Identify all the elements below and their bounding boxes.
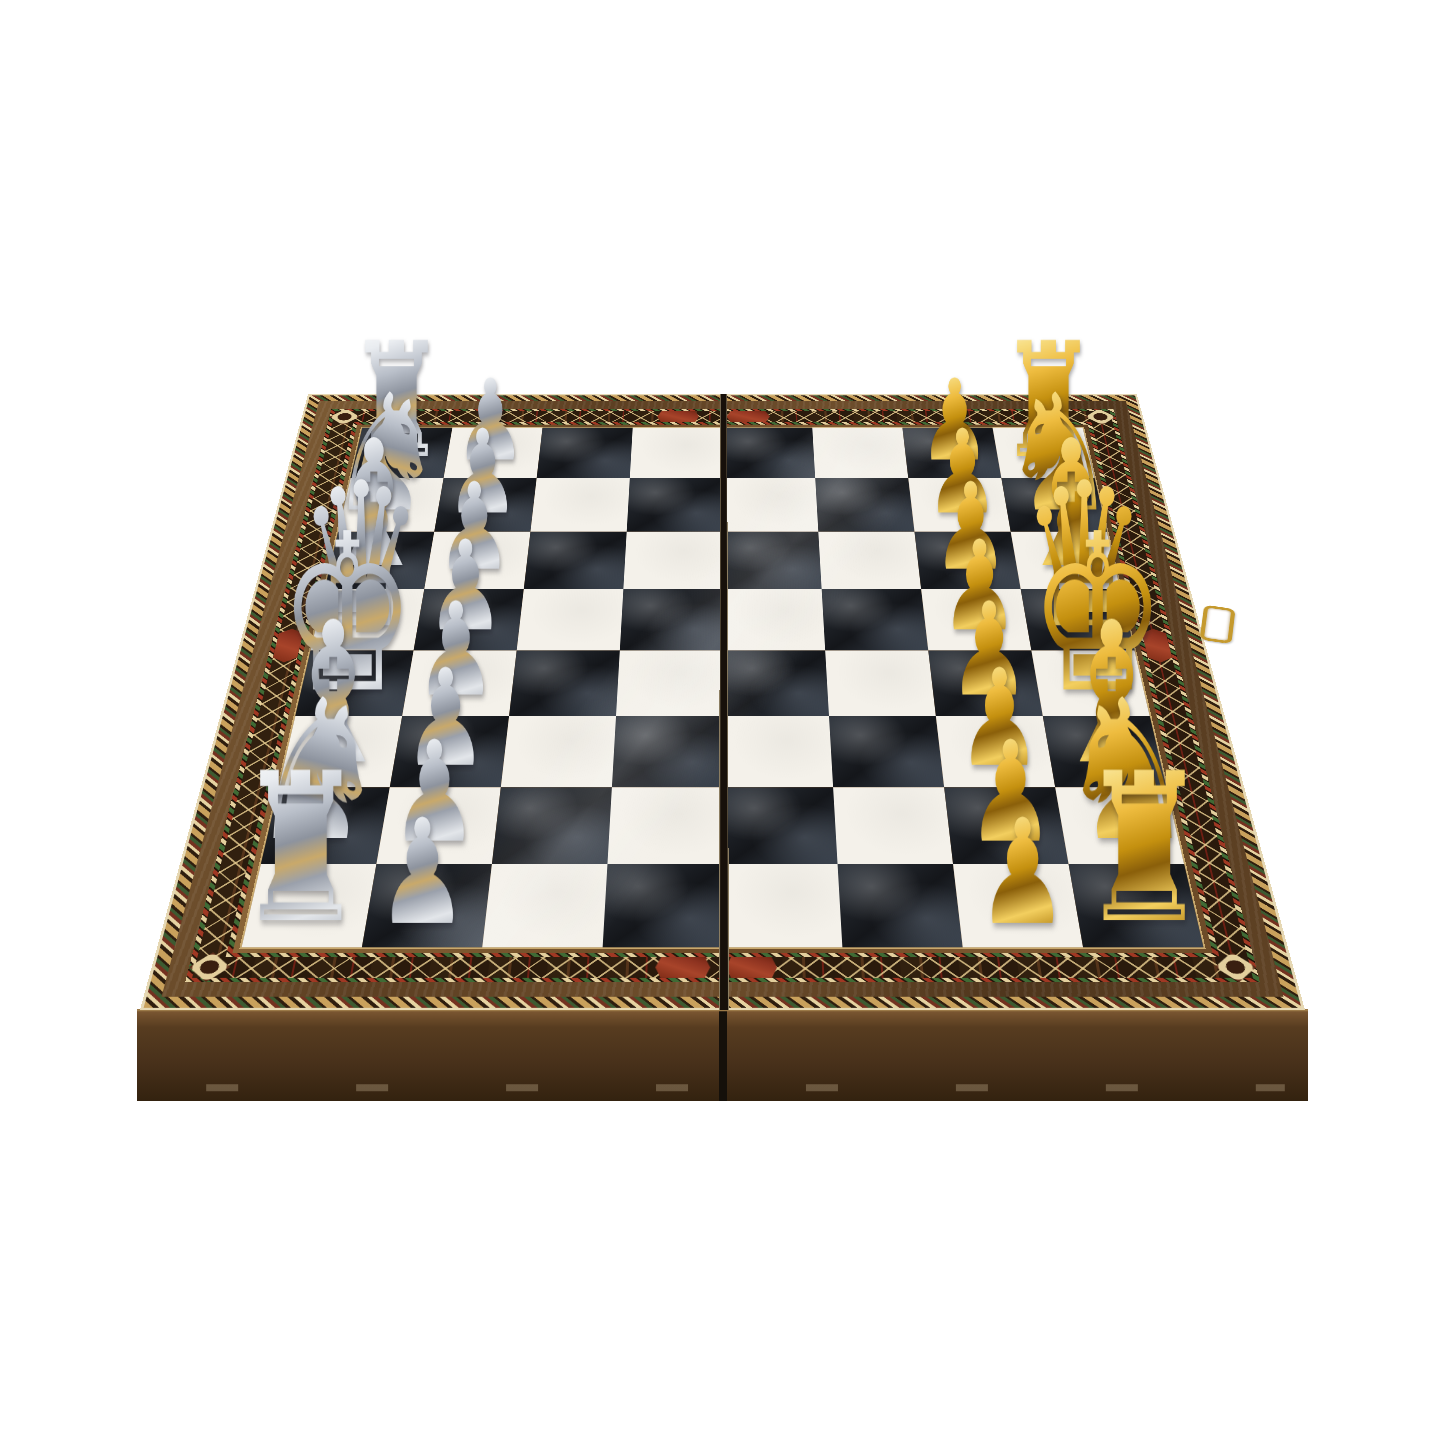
gold-rook[interactable]: ♜ <box>1080 746 1209 952</box>
case-front-edge <box>137 1009 1308 1101</box>
square-r2-c6[interactable] <box>815 478 914 532</box>
silver-pawn[interactable]: ♟ <box>377 800 468 945</box>
square-r5-c3[interactable] <box>509 650 620 716</box>
square-r1-c4[interactable] <box>630 428 723 478</box>
square-r6-c6[interactable] <box>829 716 944 787</box>
square-r7-c6[interactable] <box>833 787 953 864</box>
square-r1-c5[interactable] <box>723 428 816 478</box>
gold-pawn[interactable]: ♟ <box>977 800 1068 945</box>
square-r2-c3[interactable] <box>530 478 629 532</box>
square-r5-c4[interactable] <box>616 650 723 716</box>
square-r1-c6[interactable] <box>813 428 909 478</box>
square-r8-c7[interactable]: ♟ <box>953 864 1083 947</box>
square-r3-c6[interactable] <box>819 532 922 589</box>
square-r7-c3[interactable] <box>492 787 612 864</box>
square-r1-c3[interactable] <box>537 428 633 478</box>
square-r8-c4[interactable] <box>602 864 722 947</box>
square-r3-c5[interactable] <box>723 532 822 589</box>
square-r8-c3[interactable] <box>482 864 607 947</box>
square-r7-c4[interactable] <box>607 787 722 864</box>
square-r8-c5[interactable] <box>723 864 843 947</box>
square-r5-c6[interactable] <box>825 650 936 716</box>
square-r8-c8[interactable]: ♜ <box>1069 864 1204 947</box>
red-hexagon-inlay-top-right <box>726 411 769 422</box>
square-r8-c1[interactable]: ♜ <box>242 864 377 947</box>
square-r6-c4[interactable] <box>612 716 723 787</box>
square-r3-c3[interactable] <box>524 532 627 589</box>
chess-case: ♜♟♟♜♞♟♟♞♝♟♟♝♛♟♟♛♚♟♟♚♝♟♟♝♞♟♟♞♜♟♟♜ <box>140 394 1305 1010</box>
square-r6-c3[interactable] <box>501 716 616 787</box>
square-r2-c5[interactable] <box>723 478 819 532</box>
photo-scene: ♜♟♟♜♞♟♟♞♝♟♟♝♛♟♟♛♚♟♟♚♝♟♟♝♞♟♟♞♜♟♟♜ <box>0 0 1445 1445</box>
square-r3-c4[interactable] <box>623 532 722 589</box>
case-front-inlay-marks <box>161 1084 1285 1091</box>
square-r2-c4[interactable] <box>626 478 722 532</box>
square-r6-c5[interactable] <box>723 716 834 787</box>
brass-latch[interactable] <box>1200 605 1236 644</box>
silver-rook[interactable]: ♜ <box>236 746 365 952</box>
red-hexagon-inlay-top-left <box>657 411 699 422</box>
square-r7-c5[interactable] <box>723 787 838 864</box>
square-r8-c2[interactable]: ♟ <box>362 864 492 947</box>
square-r5-c5[interactable] <box>723 650 830 716</box>
square-r8-c6[interactable] <box>838 864 963 947</box>
